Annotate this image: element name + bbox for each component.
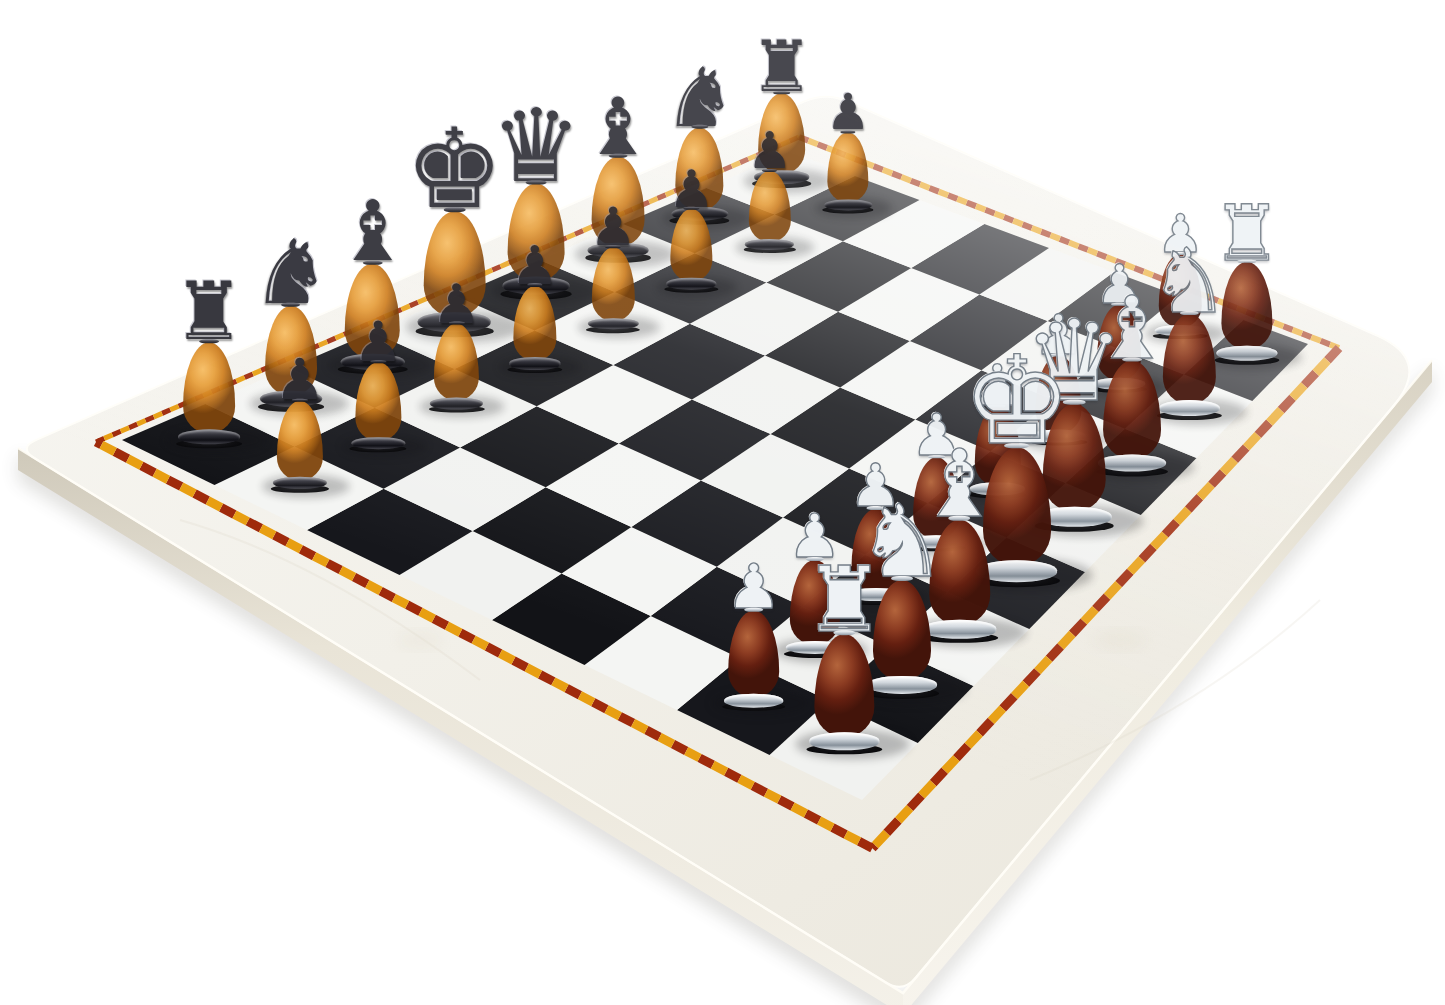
chess-set-photo: ♜♟♞♟♝♟♛♟♚♟♜♟♝♟♞♟♞♟♜♟♝♟♟♛♟♚♟♝♟♞♟♜ bbox=[0, 0, 1445, 1005]
chess-board bbox=[0, 0, 1445, 1005]
